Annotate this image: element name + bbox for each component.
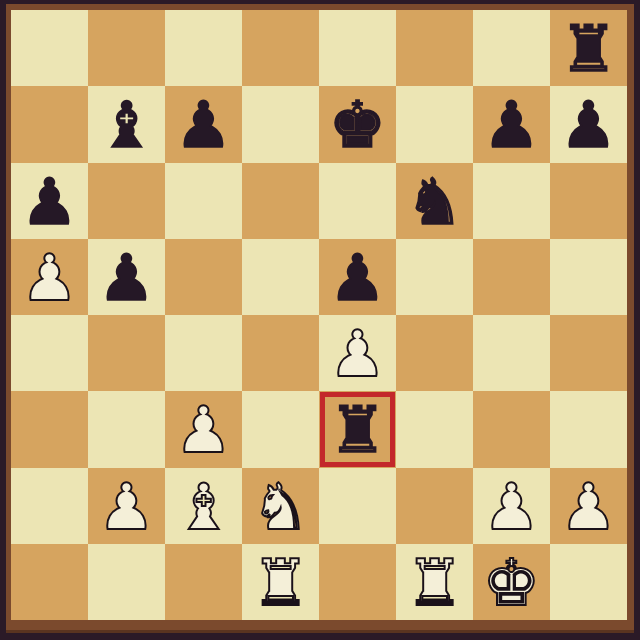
square-f3[interactable] — [396, 391, 473, 467]
square-a6[interactable]: ♟ — [11, 163, 88, 239]
square-d3[interactable] — [242, 391, 319, 467]
square-e5[interactable]: ♟ — [319, 239, 396, 315]
square-d7[interactable] — [242, 86, 319, 162]
square-h2[interactable]: ♟ — [550, 468, 627, 544]
square-g1[interactable]: ♚ — [473, 544, 550, 620]
square-f2[interactable] — [396, 468, 473, 544]
square-f8[interactable] — [396, 10, 473, 86]
square-d4[interactable] — [242, 315, 319, 391]
board-frame: ♜♝♟♚♟♟♟♞♟♟♟♟♟♜♟♝♞♟♟♜♜♚ — [6, 4, 634, 633]
square-c3[interactable]: ♟ — [165, 391, 242, 467]
square-a2[interactable] — [11, 468, 88, 544]
black-pawn[interactable]: ♟ — [21, 170, 78, 234]
square-e2[interactable] — [319, 468, 396, 544]
black-knight[interactable]: ♞ — [406, 170, 463, 234]
white-rook[interactable]: ♜ — [406, 551, 463, 615]
square-b5[interactable]: ♟ — [88, 239, 165, 315]
square-f4[interactable] — [396, 315, 473, 391]
square-c8[interactable] — [165, 10, 242, 86]
square-h5[interactable] — [550, 239, 627, 315]
square-c5[interactable] — [165, 239, 242, 315]
square-e4[interactable]: ♟ — [319, 315, 396, 391]
square-g6[interactable] — [473, 163, 550, 239]
square-b1[interactable] — [88, 544, 165, 620]
black-pawn[interactable]: ♟ — [175, 93, 232, 157]
square-e3[interactable]: ♜ — [319, 391, 396, 467]
chess-board: ♜♝♟♚♟♟♟♞♟♟♟♟♟♜♟♝♞♟♟♜♜♚ — [11, 10, 627, 620]
white-pawn[interactable]: ♟ — [329, 322, 386, 386]
black-pawn[interactable]: ♟ — [329, 246, 386, 310]
square-b8[interactable] — [88, 10, 165, 86]
square-f1[interactable]: ♜ — [396, 544, 473, 620]
square-f5[interactable] — [396, 239, 473, 315]
square-b4[interactable] — [88, 315, 165, 391]
square-a3[interactable] — [11, 391, 88, 467]
black-pawn[interactable]: ♟ — [483, 93, 540, 157]
square-c4[interactable] — [165, 315, 242, 391]
square-c7[interactable]: ♟ — [165, 86, 242, 162]
white-pawn[interactable]: ♟ — [483, 475, 540, 539]
black-bishop[interactable]: ♝ — [98, 93, 155, 157]
white-king[interactable]: ♚ — [483, 551, 540, 615]
square-h8[interactable]: ♜ — [550, 10, 627, 86]
white-pawn[interactable]: ♟ — [560, 475, 617, 539]
black-pawn[interactable]: ♟ — [98, 246, 155, 310]
white-pawn[interactable]: ♟ — [98, 475, 155, 539]
square-g4[interactable] — [473, 315, 550, 391]
square-a5[interactable]: ♟ — [11, 239, 88, 315]
square-h1[interactable] — [550, 544, 627, 620]
square-a4[interactable] — [11, 315, 88, 391]
square-d2[interactable]: ♞ — [242, 468, 319, 544]
square-h4[interactable] — [550, 315, 627, 391]
white-pawn[interactable]: ♟ — [175, 398, 232, 462]
black-rook[interactable]: ♜ — [560, 17, 617, 81]
app-background: ♜♝♟♚♟♟♟♞♟♟♟♟♟♜♟♝♞♟♟♜♜♚ — [0, 0, 640, 640]
black-rook[interactable]: ♜ — [329, 398, 386, 462]
square-d6[interactable] — [242, 163, 319, 239]
square-h6[interactable] — [550, 163, 627, 239]
square-e8[interactable] — [319, 10, 396, 86]
white-bishop[interactable]: ♝ — [175, 475, 232, 539]
square-g2[interactable]: ♟ — [473, 468, 550, 544]
square-f7[interactable] — [396, 86, 473, 162]
square-d5[interactable] — [242, 239, 319, 315]
black-king[interactable]: ♚ — [329, 93, 386, 157]
square-g3[interactable] — [473, 391, 550, 467]
square-d1[interactable]: ♜ — [242, 544, 319, 620]
square-g7[interactable]: ♟ — [473, 86, 550, 162]
square-d8[interactable] — [242, 10, 319, 86]
white-pawn[interactable]: ♟ — [21, 246, 78, 310]
square-g5[interactable] — [473, 239, 550, 315]
square-f6[interactable]: ♞ — [396, 163, 473, 239]
square-e1[interactable] — [319, 544, 396, 620]
white-rook[interactable]: ♜ — [252, 551, 309, 615]
square-h3[interactable] — [550, 391, 627, 467]
square-c6[interactable] — [165, 163, 242, 239]
square-b3[interactable] — [88, 391, 165, 467]
square-h7[interactable]: ♟ — [550, 86, 627, 162]
square-a1[interactable] — [11, 544, 88, 620]
square-b2[interactable]: ♟ — [88, 468, 165, 544]
white-knight[interactable]: ♞ — [252, 475, 309, 539]
square-a8[interactable] — [11, 10, 88, 86]
black-pawn[interactable]: ♟ — [560, 93, 617, 157]
square-c1[interactable] — [165, 544, 242, 620]
square-a7[interactable] — [11, 86, 88, 162]
square-c2[interactable]: ♝ — [165, 468, 242, 544]
square-e6[interactable] — [319, 163, 396, 239]
square-b6[interactable] — [88, 163, 165, 239]
square-g8[interactable] — [473, 10, 550, 86]
square-b7[interactable]: ♝ — [88, 86, 165, 162]
square-e7[interactable]: ♚ — [319, 86, 396, 162]
